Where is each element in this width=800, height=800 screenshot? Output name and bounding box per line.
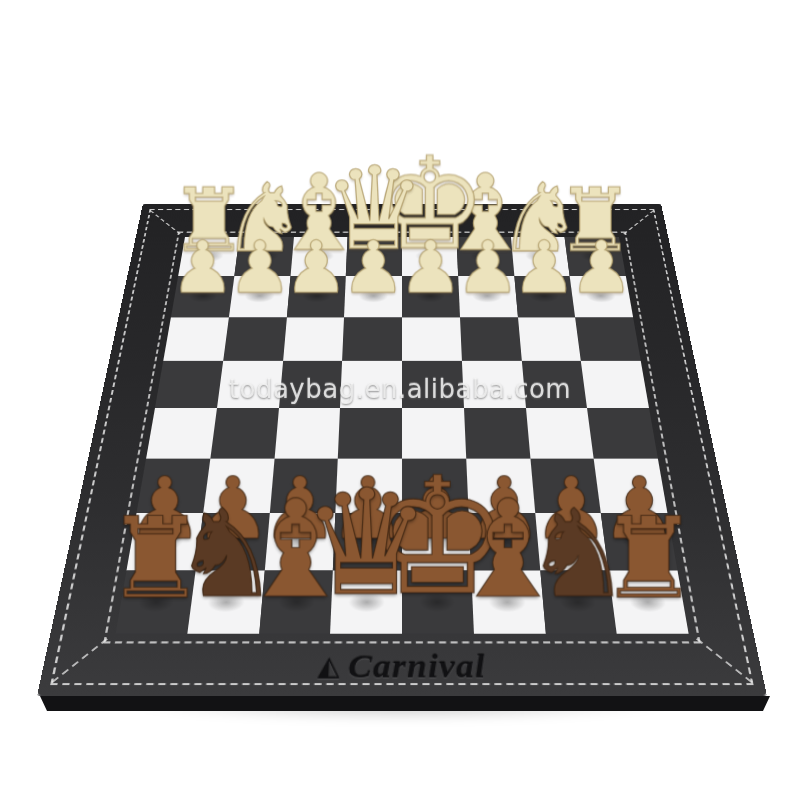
square-f5 xyxy=(274,408,340,458)
square-g5 xyxy=(210,408,278,458)
square-b4 xyxy=(521,361,587,408)
white-pawn: ♟ xyxy=(170,237,235,298)
brand: ◭ Carnival xyxy=(39,648,764,686)
square-f2: ♟ xyxy=(286,276,346,317)
square-a3 xyxy=(575,317,640,361)
square-a5 xyxy=(587,408,658,458)
square-h2: ♟ xyxy=(171,276,234,317)
square-g4 xyxy=(217,361,283,408)
square-a8: ♜ xyxy=(609,571,689,634)
square-h4 xyxy=(155,361,223,408)
leather-frame: ♜♞♝♛♚♝♞♜♟♟♟♟♟♟♟♟♟♟♟♟♟♟♟♟♜♞♝♛♚♝♞♜ ◭ Carni… xyxy=(37,204,767,696)
white-pawn: ♟ xyxy=(341,237,406,298)
product-photo: ♜♞♝♛♚♝♞♜♟♟♟♟♟♟♟♟♟♟♟♟♟♟♟♟♜♞♝♛♚♝♞♜ ◭ Carni… xyxy=(0,0,800,800)
brand-name: Carnival xyxy=(348,648,487,684)
square-e3 xyxy=(342,317,402,361)
square-a2: ♟ xyxy=(570,276,633,317)
white-pawn: ♟ xyxy=(569,237,634,298)
square-g3 xyxy=(223,317,287,361)
square-g2: ♟ xyxy=(229,276,290,317)
square-e4 xyxy=(340,361,402,408)
square-c3 xyxy=(460,317,522,361)
square-c8: ♝ xyxy=(471,571,545,634)
white-pawn: ♟ xyxy=(398,237,463,298)
scene: ♜♞♝♛♚♝♞♜♟♟♟♟♟♟♟♟♟♟♟♟♟♟♟♟♜♞♝♛♚♝♞♜ ◭ Carni… xyxy=(0,0,800,800)
white-pawn: ♟ xyxy=(455,237,520,298)
square-h5 xyxy=(146,408,217,458)
square-b5 xyxy=(526,408,594,458)
white-pawn: ♟ xyxy=(512,237,577,298)
square-f8: ♝ xyxy=(259,571,333,634)
square-d3 xyxy=(402,317,462,361)
board-grid: ♜♞♝♛♚♝♞♜♟♟♟♟♟♟♟♟♟♟♟♟♟♟♟♟♜♞♝♛♚♝♞♜ xyxy=(115,237,688,634)
square-d2: ♟ xyxy=(402,276,460,317)
square-b3 xyxy=(518,317,582,361)
brown-rook: ♜ xyxy=(105,511,205,606)
white-pawn: ♟ xyxy=(284,237,349,298)
square-e2: ♟ xyxy=(344,276,402,317)
square-h8: ♜ xyxy=(115,571,195,634)
square-b2: ♟ xyxy=(514,276,575,317)
square-d4 xyxy=(402,361,464,408)
brand-logo-icon: ◭ xyxy=(317,651,341,682)
square-c2: ♟ xyxy=(458,276,518,317)
square-c4 xyxy=(462,361,526,408)
brown-bishop: ♝ xyxy=(236,491,357,605)
square-f4 xyxy=(279,361,343,408)
square-a4 xyxy=(581,361,649,408)
square-f3 xyxy=(283,317,345,361)
brown-rook: ♜ xyxy=(599,511,699,606)
brown-bishop: ♝ xyxy=(447,491,568,605)
white-pawn: ♟ xyxy=(227,237,292,298)
square-h3 xyxy=(163,317,228,361)
